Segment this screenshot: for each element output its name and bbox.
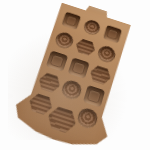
mold-cavity-hexagon [26, 91, 55, 117]
mold-cavity-square [83, 85, 105, 108]
mold-cavity-circle [82, 18, 102, 37]
mold-cavity-circle [96, 44, 117, 65]
mold-cavity-square [103, 25, 122, 44]
mold-cavity-hexagon [74, 37, 97, 58]
mold-cavity-circle [53, 30, 75, 50]
mold-cavity-hexagon [36, 71, 62, 95]
photo-background [0, 0, 150, 150]
mold-cavity-square [46, 50, 69, 71]
chocolate-mold [6, 0, 141, 150]
mold-cavity-hexagon [88, 63, 113, 86]
mold-cavity-square [68, 57, 90, 78]
mold-cavity-circle [75, 106, 99, 131]
mold-cavity-circle [60, 78, 84, 102]
mold-cavity-square [61, 11, 81, 30]
